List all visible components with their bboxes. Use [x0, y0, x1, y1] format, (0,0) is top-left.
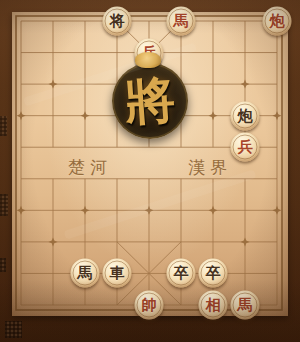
check-badge: 將 — [112, 63, 188, 139]
piece-glyph: 馬 — [78, 266, 93, 281]
piece-black-general[interactable]: 将 — [103, 7, 132, 36]
river-label-han-jie: 漢界 — [188, 156, 232, 179]
piece-black-horse[interactable]: 馬 — [71, 259, 100, 288]
river-label-chu-he: 楚河 — [68, 156, 112, 179]
piece-black-cannon[interactable]: 炮 — [231, 101, 260, 130]
piece-glyph: 帥 — [142, 298, 157, 313]
piece-red-general[interactable]: 帥 — [135, 291, 164, 320]
piece-red-horse[interactable]: 馬 — [231, 291, 260, 320]
piece-glyph: 卒 — [206, 266, 221, 281]
piece-red-soldier[interactable]: 兵 — [231, 133, 260, 162]
piece-glyph: 車 — [110, 266, 125, 281]
check-badge-glyph: 將 — [123, 66, 178, 136]
piece-glyph: 兵 — [238, 140, 253, 155]
piece-glyph: 相 — [206, 298, 221, 313]
piece-black-soldier[interactable]: 卒 — [199, 259, 228, 288]
piece-red-elephant[interactable]: 相 — [199, 291, 228, 320]
piece-glyph: 炮 — [238, 108, 253, 123]
piece-black-chariot[interactable]: 車 — [103, 259, 132, 288]
piece-red-horse[interactable]: 馬 — [167, 7, 196, 36]
xiangqi-game-screen: 楚河 漢界 将馬炮兵炮兵馬車卒卒帥相馬 將 — [0, 0, 300, 342]
piece-black-soldier[interactable]: 卒 — [167, 259, 196, 288]
piece-glyph: 馬 — [174, 14, 189, 29]
piece-red-cannon[interactable]: 炮 — [263, 7, 292, 36]
check-badge-crest-icon — [135, 52, 161, 68]
piece-glyph: 馬 — [238, 298, 253, 313]
piece-glyph: 卒 — [174, 266, 189, 281]
piece-glyph: 炮 — [270, 14, 285, 29]
piece-glyph: 将 — [110, 14, 125, 29]
